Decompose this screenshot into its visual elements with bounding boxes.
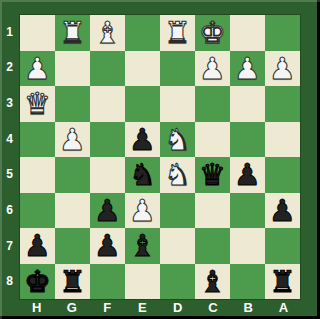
square-e1[interactable] <box>125 15 160 51</box>
file-label-c: C <box>195 299 230 316</box>
white-pawn: ♟ <box>199 51 226 86</box>
square-d5[interactable]: ♞ <box>160 157 195 193</box>
rank-label-8: 8 <box>0 263 19 299</box>
square-c6[interactable] <box>195 193 230 229</box>
square-g6[interactable] <box>55 193 90 229</box>
black-rook: ♜ <box>59 264 86 299</box>
square-c3[interactable] <box>195 86 230 122</box>
square-a3[interactable] <box>265 86 300 122</box>
square-e2[interactable] <box>125 51 160 87</box>
square-a4[interactable] <box>265 122 300 158</box>
black-pawn: ♟ <box>94 193 121 228</box>
chessboard: ♜♝♜♚♟♟♟♟♛♟♟♞♞♞♛♟♟♟♟♟♟♝♚♜♝♜ <box>19 14 301 300</box>
square-c4[interactable] <box>195 122 230 158</box>
square-a7[interactable] <box>265 228 300 264</box>
square-d6[interactable] <box>160 193 195 229</box>
square-g2[interactable] <box>55 51 90 87</box>
square-g4[interactable]: ♟ <box>55 122 90 158</box>
file-label-b: B <box>231 299 266 316</box>
square-f8[interactable] <box>90 264 125 300</box>
square-c8[interactable]: ♝ <box>195 264 230 300</box>
square-b3[interactable] <box>230 86 265 122</box>
black-queen: ♛ <box>199 157 226 192</box>
black-pawn: ♟ <box>234 157 261 192</box>
file-labels: H G F E D C B A <box>19 299 301 316</box>
black-pawn: ♟ <box>269 193 296 228</box>
square-f5[interactable] <box>90 157 125 193</box>
square-f3[interactable] <box>90 86 125 122</box>
rank-label-4: 4 <box>0 121 19 157</box>
rank-labels: 1 2 3 4 5 6 7 8 <box>0 14 19 299</box>
black-pawn: ♟ <box>24 228 51 263</box>
square-a5[interactable] <box>265 157 300 193</box>
square-h5[interactable] <box>20 157 55 193</box>
white-rook: ♜ <box>59 15 86 50</box>
white-pawn: ♟ <box>269 51 296 86</box>
file-label-g: G <box>54 299 89 316</box>
square-g3[interactable] <box>55 86 90 122</box>
white-knight: ♞ <box>164 157 191 192</box>
rank-label-1: 1 <box>0 14 19 50</box>
square-b7[interactable] <box>230 228 265 264</box>
file-label-a: A <box>266 299 301 316</box>
square-d4[interactable]: ♞ <box>160 122 195 158</box>
square-h8[interactable]: ♚ <box>20 264 55 300</box>
square-e3[interactable] <box>125 86 160 122</box>
square-b4[interactable] <box>230 122 265 158</box>
square-e5[interactable]: ♞ <box>125 157 160 193</box>
white-queen: ♛ <box>24 86 51 121</box>
rank-label-5: 5 <box>0 157 19 193</box>
square-c7[interactable] <box>195 228 230 264</box>
file-label-e: E <box>125 299 160 316</box>
square-g8[interactable]: ♜ <box>55 264 90 300</box>
square-g5[interactable] <box>55 157 90 193</box>
square-d7[interactable] <box>160 228 195 264</box>
rank-label-2: 2 <box>0 50 19 86</box>
square-h6[interactable] <box>20 193 55 229</box>
square-b5[interactable]: ♟ <box>230 157 265 193</box>
file-label-d: D <box>160 299 195 316</box>
square-f7[interactable]: ♟ <box>90 228 125 264</box>
black-pawn: ♟ <box>94 228 121 263</box>
white-pawn: ♟ <box>24 51 51 86</box>
black-knight: ♞ <box>129 157 156 192</box>
square-d3[interactable] <box>160 86 195 122</box>
square-e8[interactable] <box>125 264 160 300</box>
white-knight: ♞ <box>164 122 191 157</box>
square-a8[interactable]: ♜ <box>265 264 300 300</box>
chessboard-frame: 1 2 3 4 5 6 7 8 ♜♝♜♚♟♟♟♟♛♟♟♞♞♞♛♟♟♟♟♟♟♝♚♜… <box>0 0 320 319</box>
square-h1[interactable] <box>20 15 55 51</box>
square-d8[interactable] <box>160 264 195 300</box>
white-rook: ♜ <box>164 15 191 50</box>
white-bishop: ♝ <box>94 15 121 50</box>
file-label-f: F <box>90 299 125 316</box>
square-h4[interactable] <box>20 122 55 158</box>
square-d1[interactable]: ♜ <box>160 15 195 51</box>
square-g7[interactable] <box>55 228 90 264</box>
rank-label-3: 3 <box>0 85 19 121</box>
square-g1[interactable]: ♜ <box>55 15 90 51</box>
white-king: ♚ <box>199 15 226 50</box>
black-rook: ♜ <box>269 264 296 299</box>
square-e4[interactable]: ♟ <box>125 122 160 158</box>
square-a2[interactable]: ♟ <box>265 51 300 87</box>
square-e7[interactable]: ♝ <box>125 228 160 264</box>
rank-label-6: 6 <box>0 192 19 228</box>
square-h3[interactable]: ♛ <box>20 86 55 122</box>
square-a6[interactable]: ♟ <box>265 193 300 229</box>
square-f6[interactable]: ♟ <box>90 193 125 229</box>
square-b6[interactable] <box>230 193 265 229</box>
square-e6[interactable]: ♟ <box>125 193 160 229</box>
square-c1[interactable]: ♚ <box>195 15 230 51</box>
black-pawn: ♟ <box>129 122 156 157</box>
square-f2[interactable] <box>90 51 125 87</box>
square-b2[interactable]: ♟ <box>230 51 265 87</box>
square-c5[interactable]: ♛ <box>195 157 230 193</box>
square-c2[interactable]: ♟ <box>195 51 230 87</box>
square-d2[interactable] <box>160 51 195 87</box>
square-b1[interactable] <box>230 15 265 51</box>
white-pawn: ♟ <box>234 51 261 86</box>
rank-label-7: 7 <box>0 228 19 264</box>
square-f1[interactable]: ♝ <box>90 15 125 51</box>
square-b8[interactable] <box>230 264 265 300</box>
black-bishop: ♝ <box>199 264 226 299</box>
square-h7[interactable]: ♟ <box>20 228 55 264</box>
white-pawn: ♟ <box>129 193 156 228</box>
black-bishop: ♝ <box>129 228 156 263</box>
file-label-h: H <box>19 299 54 316</box>
square-h2[interactable]: ♟ <box>20 51 55 87</box>
white-pawn: ♟ <box>59 122 86 157</box>
square-a1[interactable] <box>265 15 300 51</box>
square-f4[interactable] <box>90 122 125 158</box>
black-king: ♚ <box>24 264 51 299</box>
